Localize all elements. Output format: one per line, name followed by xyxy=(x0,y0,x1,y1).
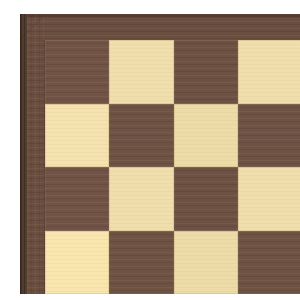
board-side-edge xyxy=(20,14,27,294)
board-grid xyxy=(45,40,300,294)
board-square xyxy=(238,231,300,295)
board-square xyxy=(109,104,173,168)
board-square xyxy=(238,167,300,231)
board-square xyxy=(238,40,300,104)
board-square xyxy=(109,40,173,104)
board-square xyxy=(238,104,300,168)
board-square xyxy=(45,167,109,231)
board-square xyxy=(45,40,109,104)
board-frame-top-edge xyxy=(20,14,300,17)
frame-inner-shadow xyxy=(42,40,45,294)
chessboard xyxy=(20,14,300,294)
board-square xyxy=(109,231,173,295)
board-square xyxy=(45,104,109,168)
board-square xyxy=(45,231,109,295)
board-square xyxy=(174,167,238,231)
board-square xyxy=(109,167,173,231)
frame-miter-joint xyxy=(20,14,45,40)
board-square xyxy=(174,40,238,104)
board-square xyxy=(174,104,238,168)
board-square xyxy=(174,231,238,295)
product-photo xyxy=(0,0,300,300)
